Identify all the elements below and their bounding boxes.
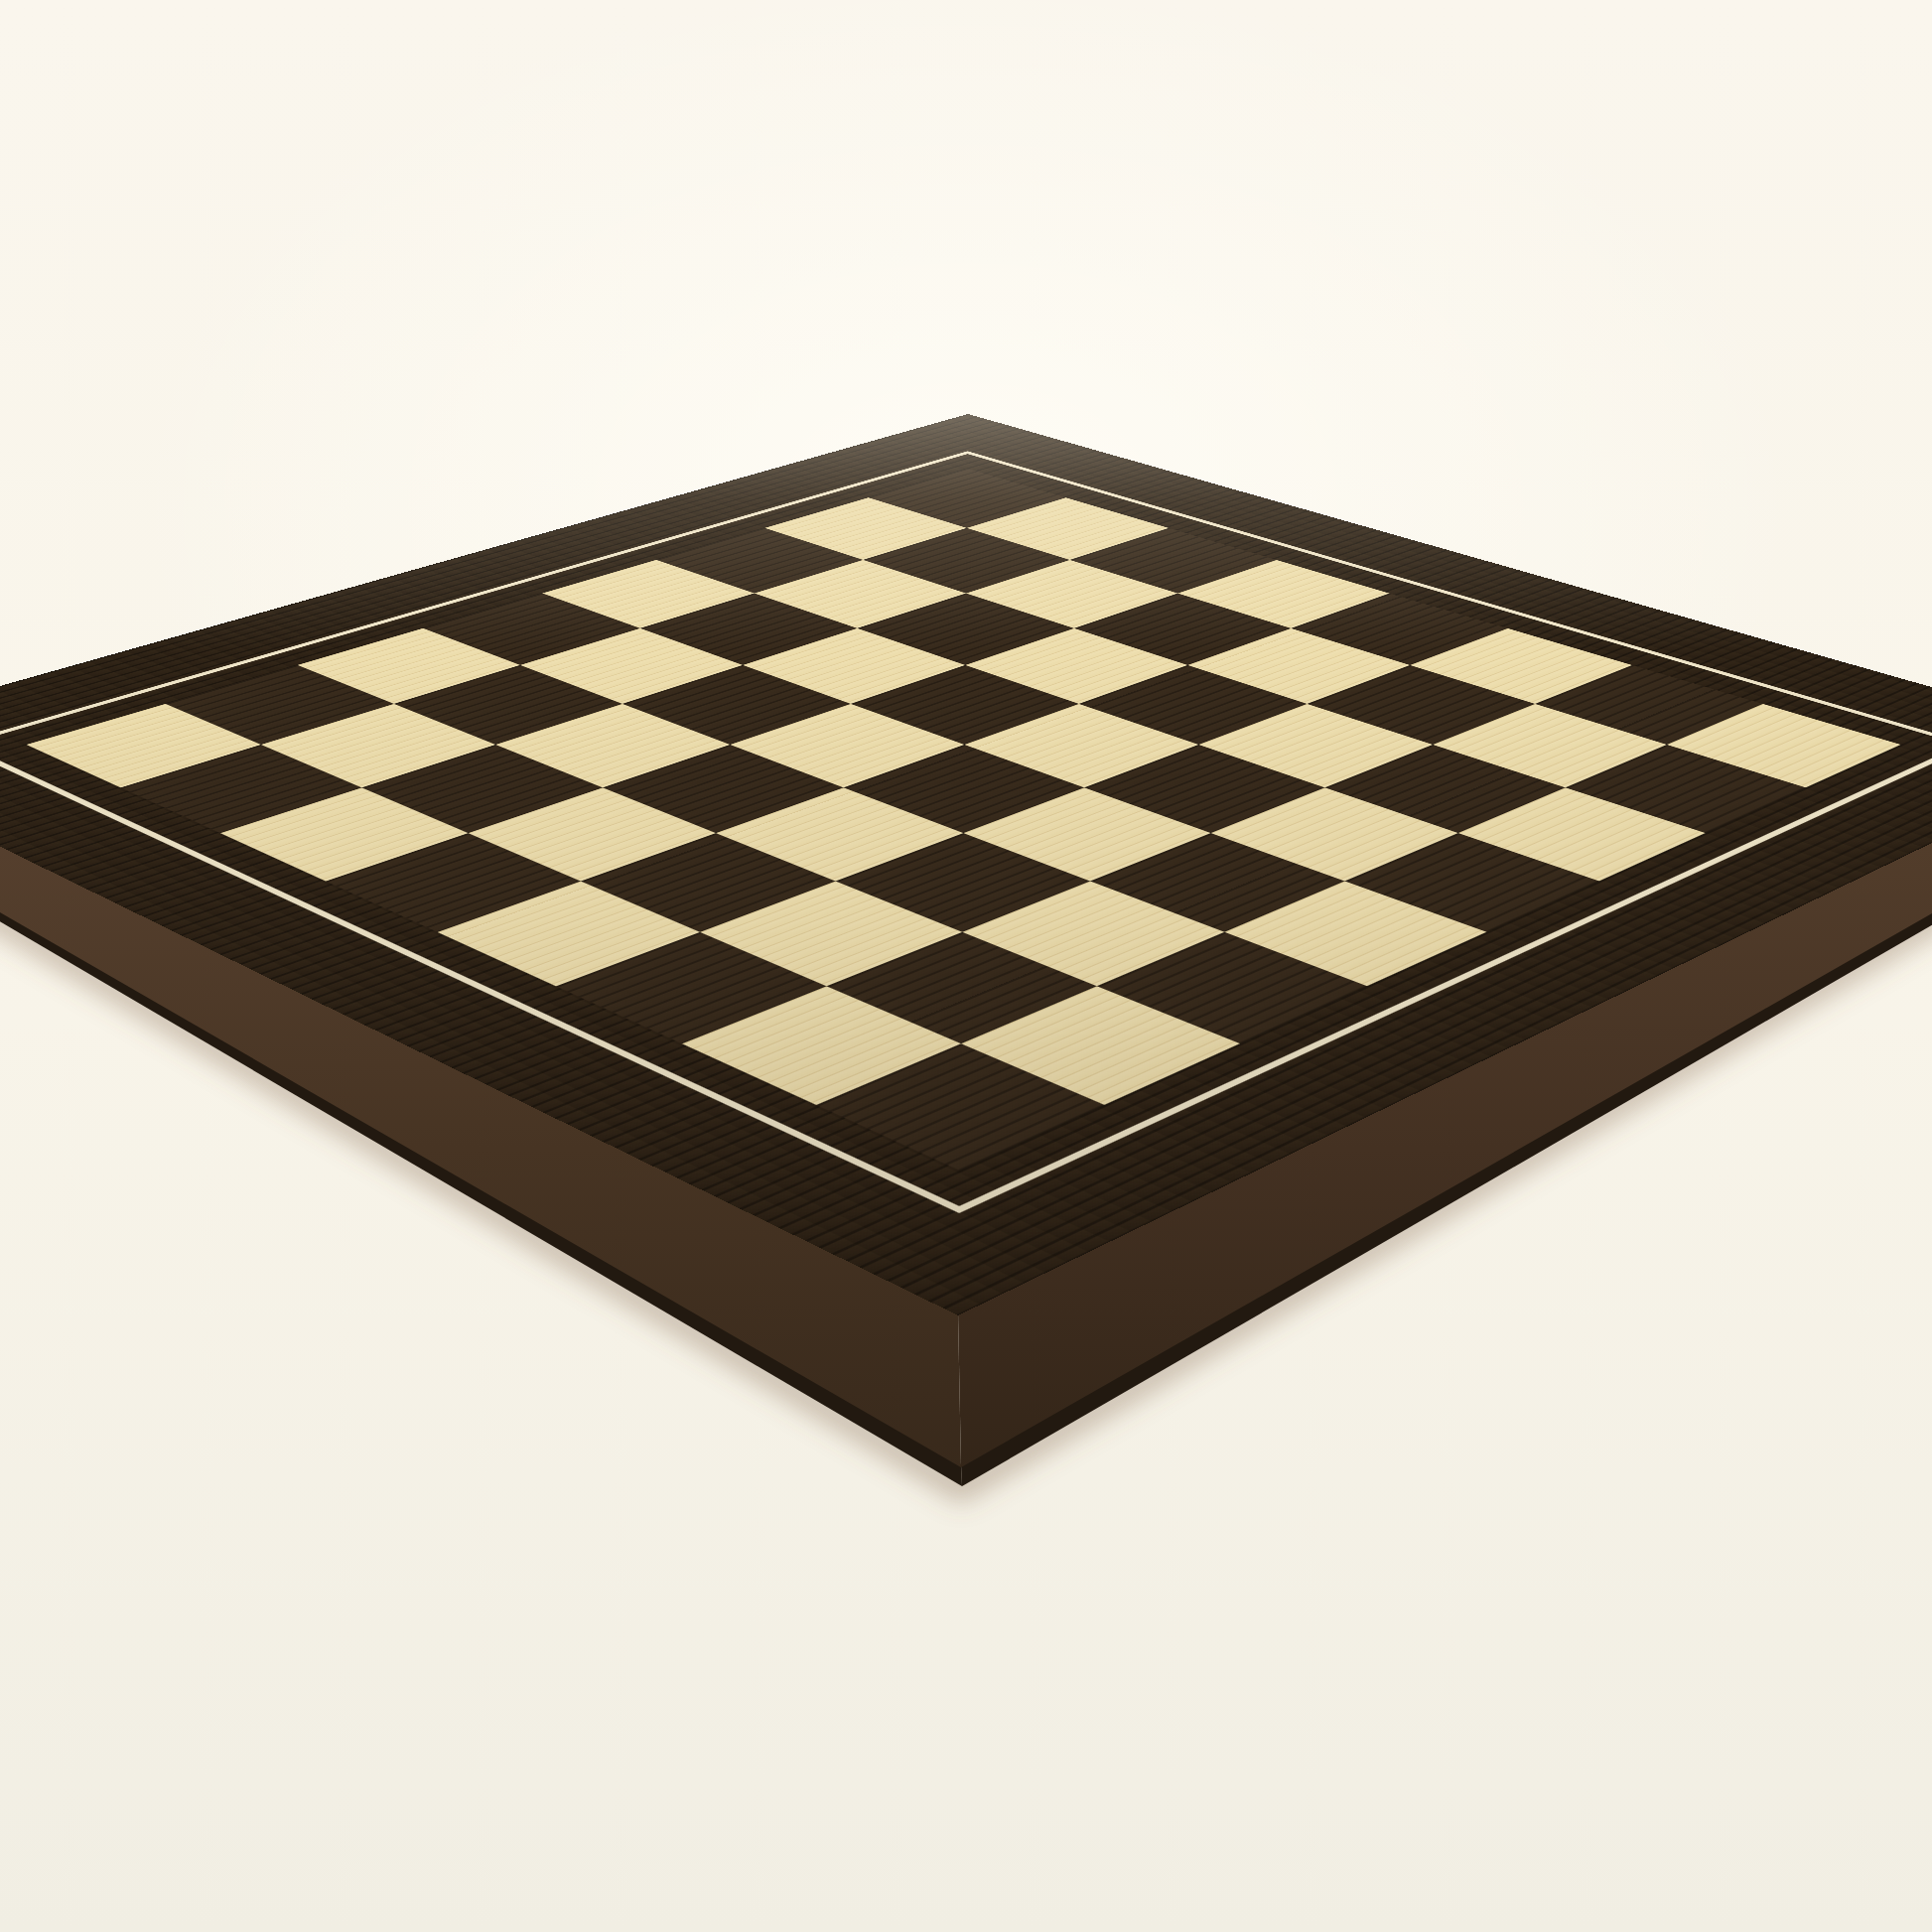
product-photo-scene — [0, 0, 1932, 1932]
